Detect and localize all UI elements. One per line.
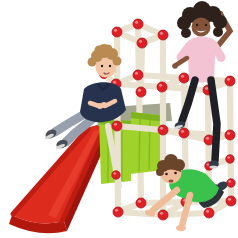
frame-connector-ball xyxy=(113,207,123,217)
frame-bar xyxy=(162,87,208,90)
frame-connector-ball xyxy=(226,155,234,163)
frame-connector-ball xyxy=(158,30,168,40)
frame-connector-ball xyxy=(225,130,235,140)
frame-connector-ball xyxy=(136,198,146,208)
product-photo: Product photo on white background: three… xyxy=(0,0,238,238)
eye xyxy=(174,172,177,175)
connector-highlight xyxy=(227,156,230,159)
frame-connector-ball xyxy=(137,38,147,48)
connector-highlight xyxy=(135,21,138,24)
connector-highlight xyxy=(206,163,209,166)
frame-connector-ball xyxy=(112,171,120,179)
eye xyxy=(101,65,103,67)
connector-highlight xyxy=(228,180,231,183)
connector-highlight xyxy=(113,172,116,175)
connector-highlight xyxy=(206,137,209,140)
connector-highlight xyxy=(160,212,163,215)
frame-connector-ball xyxy=(112,27,122,37)
connector-highlight xyxy=(139,40,142,43)
connector-highlight xyxy=(227,78,230,81)
hand xyxy=(172,63,178,69)
frame-connector-ball xyxy=(133,19,143,29)
hand xyxy=(176,225,186,231)
frame-connector-ball xyxy=(179,128,189,138)
connector-highlight xyxy=(114,123,117,126)
frame-bar xyxy=(117,126,163,130)
frame-connector-ball xyxy=(158,125,168,135)
connector-highlight xyxy=(135,72,138,75)
connector-highlight xyxy=(227,132,230,135)
connector-highlight xyxy=(114,29,117,32)
connector-highlight xyxy=(160,127,163,130)
connector-highlight xyxy=(181,75,184,78)
shoe-sole xyxy=(210,166,218,169)
frame-connector-ball xyxy=(157,82,167,92)
scene-svg: Product photo on white background: three… xyxy=(0,0,238,238)
connector-highlight xyxy=(115,209,118,212)
eye xyxy=(165,173,168,176)
frame-connector-ball xyxy=(158,210,168,220)
connector-highlight xyxy=(113,81,116,84)
eye xyxy=(196,24,198,26)
frame-bar xyxy=(116,84,162,87)
frame-bar xyxy=(118,212,163,215)
frame-connector-ball xyxy=(204,208,214,218)
frame-connector-ball xyxy=(227,179,235,187)
frame-connector-ball xyxy=(112,121,122,131)
frame-connector-ball xyxy=(133,70,143,80)
connector-highlight xyxy=(228,198,231,201)
connector-highlight xyxy=(206,210,209,213)
frame-connector-ball xyxy=(226,196,236,206)
connector-highlight xyxy=(160,32,163,35)
connector-highlight xyxy=(205,87,208,90)
connector-highlight xyxy=(138,200,141,203)
connector-highlight xyxy=(159,84,162,87)
mouth xyxy=(169,179,174,182)
connector-highlight xyxy=(181,130,184,133)
connector-highlight xyxy=(138,89,141,92)
eye xyxy=(205,24,207,26)
eye xyxy=(109,65,111,67)
head xyxy=(192,18,211,37)
frame-connector-ball xyxy=(225,76,235,86)
hand xyxy=(101,102,107,108)
frame-connector-ball xyxy=(136,87,146,97)
frame-connector-ball xyxy=(179,73,189,83)
